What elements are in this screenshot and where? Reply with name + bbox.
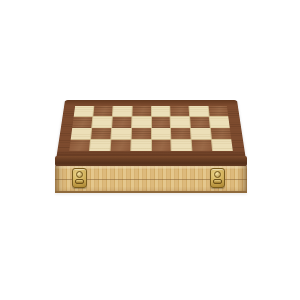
square-dark [93, 106, 112, 116]
chess-board-grid [69, 106, 233, 151]
square-dark [132, 106, 151, 116]
square-dark [192, 140, 212, 152]
square-light [212, 140, 233, 152]
square-dark [110, 140, 130, 152]
square-dark [151, 117, 170, 128]
square-dark [190, 117, 210, 128]
board-frame [56, 100, 246, 160]
square-dark [171, 106, 190, 116]
square-light [92, 117, 112, 128]
square-light [210, 117, 230, 128]
clasp-knob-icon [76, 171, 83, 178]
clasp-hook-icon [75, 179, 84, 184]
square-light [190, 106, 209, 116]
square-dark [131, 128, 150, 139]
square-light [132, 117, 151, 128]
square-dark [171, 128, 191, 139]
square-dark [209, 106, 229, 116]
square-light [113, 106, 132, 116]
clasp-knob-icon [214, 171, 221, 178]
square-light [90, 140, 110, 152]
square-light [74, 106, 94, 116]
square-dark [69, 140, 90, 152]
square-light [131, 140, 151, 152]
square-light [151, 128, 170, 139]
square-dark [72, 117, 92, 128]
square-light [151, 106, 170, 116]
square-dark [151, 140, 171, 152]
square-dark [91, 128, 111, 139]
brass-clasp-right [210, 168, 225, 188]
brass-clasp-left [72, 168, 87, 188]
chess-box [0, 0, 300, 300]
clasp-hook-icon [213, 179, 222, 184]
square-light [71, 128, 91, 139]
product-photo [0, 0, 300, 300]
square-light [191, 128, 211, 139]
square-dark [112, 117, 131, 128]
square-light [111, 128, 131, 139]
square-light [171, 117, 190, 128]
board-top [56, 97, 246, 160]
square-dark [211, 128, 231, 139]
square-light [172, 140, 192, 152]
